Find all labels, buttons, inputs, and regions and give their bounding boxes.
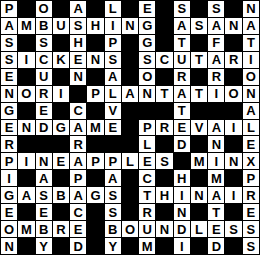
letter-cell[interactable]: A xyxy=(243,18,259,34)
letter-cell[interactable]: A xyxy=(122,86,138,102)
black-cell xyxy=(87,103,103,119)
black-cell xyxy=(156,136,172,152)
black-cell xyxy=(225,1,241,17)
crossword-grid: POALESSNAMBUSHINGASANASSHPGTFTSICKENSSCU… xyxy=(0,0,260,255)
letter-cell[interactable]: U xyxy=(174,52,190,68)
letter-cell[interactable]: D xyxy=(70,238,86,254)
letter-cell[interactable]: A xyxy=(36,170,52,186)
letter-cell[interactable]: R xyxy=(70,136,86,152)
letter-cell[interactable]: O xyxy=(122,221,138,237)
black-cell xyxy=(139,103,155,119)
letter-cell[interactable]: N xyxy=(122,18,138,34)
black-cell xyxy=(122,35,138,51)
black-cell xyxy=(191,136,207,152)
black-cell xyxy=(122,52,138,68)
letter-cell[interactable]: R xyxy=(1,136,17,152)
letter-cell[interactable]: N xyxy=(139,86,155,102)
letter-cell[interactable]: U xyxy=(36,69,52,85)
letter-cell[interactable]: A xyxy=(70,120,86,136)
black-cell xyxy=(87,221,103,237)
letter-cell[interactable]: C xyxy=(139,170,155,186)
black-cell xyxy=(225,170,241,186)
letter-cell[interactable]: E xyxy=(36,204,52,220)
letter-cell[interactable]: A xyxy=(105,170,121,186)
letter-cell[interactable]: A xyxy=(70,187,86,203)
black-cell xyxy=(191,170,207,186)
black-cell xyxy=(225,103,241,119)
letter-cell[interactable]: C xyxy=(70,103,86,119)
letter-cell[interactable]: K xyxy=(53,52,69,68)
black-cell xyxy=(122,238,138,254)
black-cell xyxy=(53,69,69,85)
letter-cell[interactable]: B xyxy=(36,221,52,237)
letter-cell[interactable]: I xyxy=(208,153,224,169)
letter-cell[interactable]: I xyxy=(1,170,17,186)
letter-cell[interactable]: L xyxy=(105,86,121,102)
black-cell xyxy=(225,238,241,254)
black-cell xyxy=(225,35,241,51)
letter-cell[interactable]: S xyxy=(225,221,241,237)
black-cell xyxy=(18,170,34,186)
black-cell xyxy=(18,238,34,254)
letter-cell[interactable]: I xyxy=(18,52,34,68)
letter-cell[interactable]: A xyxy=(208,52,224,68)
letter-cell[interactable]: E xyxy=(208,221,224,237)
letter-cell[interactable]: O xyxy=(139,69,155,85)
letter-cell[interactable]: P xyxy=(1,1,17,17)
letter-cell[interactable]: E xyxy=(70,52,86,68)
letter-cell[interactable]: N xyxy=(225,18,241,34)
letter-cell[interactable]: S xyxy=(105,187,121,203)
letter-cell[interactable]: U xyxy=(139,221,155,237)
letter-cell[interactable]: S xyxy=(156,153,172,169)
letter-cell[interactable]: E xyxy=(70,221,86,237)
black-cell xyxy=(18,136,34,152)
black-cell xyxy=(70,86,86,102)
letter-cell[interactable]: X xyxy=(243,153,259,169)
letter-cell[interactable]: P xyxy=(87,86,103,102)
letter-cell[interactable]: M xyxy=(208,170,224,186)
letter-cell[interactable]: S xyxy=(174,1,190,17)
letter-cell[interactable]: Y xyxy=(105,238,121,254)
letter-cell[interactable]: R xyxy=(53,221,69,237)
letter-cell[interactable]: D xyxy=(208,238,224,254)
black-cell xyxy=(18,35,34,51)
black-cell xyxy=(225,136,241,152)
letter-cell[interactable]: I xyxy=(174,238,190,254)
letter-cell[interactable]: C xyxy=(36,52,52,68)
letter-cell[interactable]: I xyxy=(243,52,259,68)
black-cell xyxy=(122,136,138,152)
letter-cell[interactable]: P xyxy=(105,153,121,169)
black-cell xyxy=(53,1,69,17)
letter-cell[interactable]: N xyxy=(70,69,86,85)
black-cell xyxy=(191,1,207,17)
letter-cell[interactable]: A xyxy=(174,18,190,34)
letter-cell[interactable]: I xyxy=(174,187,190,203)
letter-cell[interactable]: S xyxy=(105,52,121,68)
letter-cell[interactable]: E xyxy=(36,103,52,119)
letter-cell[interactable]: A xyxy=(208,187,224,203)
letter-cell[interactable]: I xyxy=(18,153,34,169)
letter-cell[interactable]: O xyxy=(36,1,52,17)
black-cell xyxy=(191,103,207,119)
letter-cell[interactable]: V xyxy=(105,103,121,119)
letter-cell[interactable]: O xyxy=(243,69,259,85)
letter-cell[interactable]: S xyxy=(105,204,121,220)
letter-cell[interactable]: E xyxy=(174,120,190,136)
letter-cell[interactable]: T xyxy=(243,35,259,51)
letter-cell[interactable]: M xyxy=(18,18,34,34)
black-cell xyxy=(208,103,224,119)
black-cell xyxy=(53,170,69,186)
letter-cell[interactable]: A xyxy=(208,120,224,136)
black-cell xyxy=(18,103,34,119)
black-cell xyxy=(156,238,172,254)
letter-cell[interactable]: E xyxy=(105,120,121,136)
black-cell xyxy=(53,204,69,220)
black-cell xyxy=(156,204,172,220)
letter-cell[interactable]: L xyxy=(139,136,155,152)
letter-cell[interactable]: S xyxy=(70,18,86,34)
letter-cell[interactable]: C xyxy=(70,204,86,220)
black-cell xyxy=(18,204,34,220)
letter-cell[interactable]: N xyxy=(36,153,52,169)
letter-cell[interactable]: N xyxy=(208,136,224,152)
letter-cell[interactable]: D xyxy=(174,136,190,152)
black-cell xyxy=(122,120,138,136)
letter-cell[interactable]: O xyxy=(225,86,241,102)
letter-cell[interactable]: S xyxy=(36,187,52,203)
letter-cell[interactable]: S xyxy=(243,221,259,237)
black-cell xyxy=(122,170,138,186)
black-cell xyxy=(53,35,69,51)
letter-cell[interactable]: T xyxy=(174,103,190,119)
letter-cell[interactable]: P xyxy=(1,153,17,169)
black-cell xyxy=(122,103,138,119)
letter-cell[interactable]: N xyxy=(225,153,241,169)
letter-cell[interactable]: S xyxy=(1,35,17,51)
letter-cell[interactable]: O xyxy=(18,86,34,102)
black-cell xyxy=(87,136,103,152)
letter-cell[interactable]: L xyxy=(122,153,138,169)
black-cell xyxy=(36,136,52,152)
letter-cell[interactable]: P xyxy=(70,170,86,186)
letter-cell[interactable]: N xyxy=(243,86,259,102)
letter-cell[interactable]: R xyxy=(174,69,190,85)
letter-cell[interactable]: T xyxy=(156,86,172,102)
black-cell xyxy=(191,35,207,51)
black-cell xyxy=(156,1,172,17)
letter-cell[interactable]: B xyxy=(105,221,121,237)
letter-cell[interactable]: P xyxy=(243,170,259,186)
letter-cell[interactable]: G xyxy=(139,35,155,51)
black-cell xyxy=(122,187,138,203)
letter-cell[interactable]: I xyxy=(225,187,241,203)
letter-cell[interactable]: S xyxy=(36,35,52,51)
letter-cell[interactable]: B xyxy=(36,18,52,34)
black-cell xyxy=(18,1,34,17)
letter-cell[interactable]: S xyxy=(243,238,259,254)
black-cell xyxy=(174,153,190,169)
letter-cell[interactable]: A xyxy=(174,86,190,102)
black-cell xyxy=(156,18,172,34)
black-cell xyxy=(156,35,172,51)
letter-cell[interactable]: M xyxy=(139,238,155,254)
black-cell xyxy=(53,136,69,152)
letter-cell[interactable]: T xyxy=(191,52,207,68)
letter-cell[interactable]: T xyxy=(191,86,207,102)
letter-cell[interactable]: R xyxy=(243,187,259,203)
letter-cell[interactable]: G xyxy=(1,103,17,119)
black-cell xyxy=(156,103,172,119)
letter-cell[interactable]: G xyxy=(53,120,69,136)
letter-cell[interactable]: E xyxy=(1,69,17,85)
letter-cell[interactable]: H xyxy=(87,18,103,34)
letter-cell[interactable]: C xyxy=(156,52,172,68)
letter-cell[interactable]: A xyxy=(105,69,121,85)
letter-cell[interactable]: M xyxy=(87,120,103,136)
letter-cell[interactable]: N xyxy=(87,52,103,68)
black-cell xyxy=(53,103,69,119)
letter-cell[interactable]: I xyxy=(208,86,224,102)
black-cell xyxy=(87,170,103,186)
letter-cell[interactable]: E xyxy=(243,136,259,152)
letter-cell[interactable]: G xyxy=(139,18,155,34)
letter-cell[interactable]: E xyxy=(139,153,155,169)
letter-cell[interactable]: N xyxy=(191,187,207,203)
letter-cell[interactable]: G xyxy=(87,187,103,203)
letter-cell[interactable]: N xyxy=(243,1,259,17)
letter-cell[interactable]: N xyxy=(1,238,17,254)
letter-cell[interactable]: V xyxy=(191,120,207,136)
letter-cell[interactable]: M xyxy=(18,221,34,237)
letter-cell[interactable]: A xyxy=(70,153,86,169)
letter-cell[interactable]: S xyxy=(1,52,17,68)
letter-cell[interactable]: E xyxy=(243,204,259,220)
black-cell xyxy=(87,35,103,51)
black-cell xyxy=(18,69,34,85)
letter-cell[interactable]: S xyxy=(139,52,155,68)
letter-cell[interactable]: T xyxy=(139,187,155,203)
black-cell xyxy=(122,1,138,17)
letter-cell[interactable]: A xyxy=(208,18,224,34)
letter-cell[interactable]: R xyxy=(139,204,155,220)
letter-cell[interactable]: S xyxy=(208,1,224,17)
letter-cell[interactable]: P xyxy=(105,35,121,51)
black-cell xyxy=(87,238,103,254)
letter-cell[interactable]: N xyxy=(156,221,172,237)
black-cell xyxy=(122,204,138,220)
letter-cell[interactable]: H xyxy=(70,35,86,51)
letter-cell[interactable]: O xyxy=(1,221,17,237)
letter-cell[interactable]: I xyxy=(225,120,241,136)
letter-cell[interactable]: E xyxy=(1,120,17,136)
letter-cell[interactable]: T xyxy=(174,35,190,51)
letter-cell[interactable]: L xyxy=(191,221,207,237)
black-cell xyxy=(87,204,103,220)
letter-cell[interactable]: L xyxy=(243,120,259,136)
letter-cell[interactable]: A xyxy=(243,103,259,119)
letter-cell[interactable]: R xyxy=(36,86,52,102)
black-cell xyxy=(191,204,207,220)
letter-cell[interactable]: N xyxy=(1,86,17,102)
letter-cell[interactable]: S xyxy=(191,18,207,34)
letter-cell[interactable]: E xyxy=(53,153,69,169)
letter-cell[interactable]: N xyxy=(174,204,190,220)
letter-cell[interactable]: L xyxy=(105,1,121,17)
black-cell xyxy=(156,69,172,85)
letter-cell[interactable]: R xyxy=(156,120,172,136)
letter-cell[interactable]: Y xyxy=(36,238,52,254)
letter-cell[interactable]: N xyxy=(18,120,34,136)
letter-cell[interactable]: U xyxy=(53,18,69,34)
letter-cell[interactable]: B xyxy=(53,187,69,203)
black-cell xyxy=(105,136,121,152)
letter-cell[interactable]: G xyxy=(1,187,17,203)
letter-cell[interactable]: R xyxy=(208,69,224,85)
black-cell xyxy=(191,69,207,85)
letter-cell[interactable]: E xyxy=(139,1,155,17)
black-cell xyxy=(191,238,207,254)
letter-cell[interactable]: A xyxy=(18,187,34,203)
letter-cell[interactable]: P xyxy=(139,120,155,136)
letter-cell[interactable]: R xyxy=(225,52,241,68)
black-cell xyxy=(87,69,103,85)
letter-cell[interactable]: T xyxy=(208,204,224,220)
letter-cell[interactable]: D xyxy=(36,120,52,136)
black-cell xyxy=(87,1,103,17)
black-cell xyxy=(53,238,69,254)
letter-cell[interactable]: A xyxy=(70,1,86,17)
letter-cell[interactable]: I xyxy=(53,86,69,102)
letter-cell[interactable]: H xyxy=(156,187,172,203)
letter-cell[interactable]: D xyxy=(174,221,190,237)
letter-cell[interactable]: P xyxy=(87,153,103,169)
letter-cell[interactable]: H xyxy=(174,170,190,186)
black-cell xyxy=(225,69,241,85)
letter-cell[interactable]: M xyxy=(191,153,207,169)
black-cell xyxy=(122,69,138,85)
letter-cell[interactable]: A xyxy=(1,18,17,34)
black-cell xyxy=(225,204,241,220)
black-cell xyxy=(156,170,172,186)
letter-cell[interactable]: I xyxy=(105,18,121,34)
letter-cell[interactable]: E xyxy=(1,204,17,220)
letter-cell[interactable]: F xyxy=(208,35,224,51)
